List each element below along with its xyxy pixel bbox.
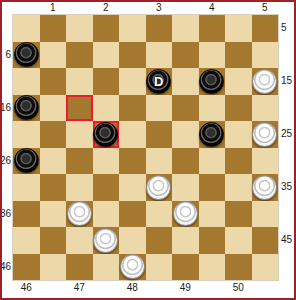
light-square xyxy=(13,15,40,42)
light-square xyxy=(40,148,67,175)
coord-label-top-2: 2 xyxy=(103,3,109,13)
square-35[interactable] xyxy=(252,174,279,201)
coord-label-top-3: 3 xyxy=(156,3,162,13)
white-man-37[interactable] xyxy=(67,201,92,226)
square-30[interactable] xyxy=(225,148,252,175)
square-4[interactable] xyxy=(199,15,226,42)
light-square xyxy=(172,227,199,254)
light-square xyxy=(146,254,173,281)
coord-label-left-16: 16 xyxy=(0,103,11,113)
light-square xyxy=(40,254,67,281)
white-man-15[interactable] xyxy=(252,69,277,94)
square-28[interactable] xyxy=(119,148,146,175)
light-square xyxy=(146,201,173,228)
light-square xyxy=(66,68,93,95)
light-square xyxy=(66,121,93,148)
light-square xyxy=(13,121,40,148)
white-man-33[interactable] xyxy=(146,175,171,200)
light-square xyxy=(252,201,279,228)
black-man-26[interactable] xyxy=(14,148,39,173)
light-square xyxy=(13,174,40,201)
light-square xyxy=(225,121,252,148)
square-31[interactable] xyxy=(40,174,67,201)
square-14[interactable] xyxy=(199,68,226,95)
light-square xyxy=(119,121,146,148)
square-34[interactable] xyxy=(199,174,226,201)
light-square xyxy=(13,227,40,254)
square-10[interactable] xyxy=(225,42,252,69)
square-22[interactable] xyxy=(93,121,120,148)
black-man-24[interactable] xyxy=(199,122,224,147)
coord-label-left-36: 36 xyxy=(0,209,11,219)
draughts-diagram: D 123454647484950616263646515253545 xyxy=(0,0,296,300)
light-square xyxy=(146,42,173,69)
square-37[interactable] xyxy=(66,201,93,228)
coord-label-right-45: 45 xyxy=(281,235,292,245)
coord-label-right-25: 25 xyxy=(281,129,292,139)
square-38[interactable] xyxy=(119,201,146,228)
black-man-6[interactable] xyxy=(14,42,39,67)
square-23[interactable] xyxy=(146,121,173,148)
coord-label-top-4: 4 xyxy=(209,3,215,13)
square-13[interactable]: D xyxy=(146,68,173,95)
coord-label-left-46: 46 xyxy=(0,262,11,272)
square-18[interactable] xyxy=(119,95,146,122)
square-47[interactable] xyxy=(66,254,93,281)
square-42[interactable] xyxy=(93,227,120,254)
square-19[interactable] xyxy=(172,95,199,122)
black-man-16[interactable] xyxy=(14,95,39,120)
light-square xyxy=(40,42,67,69)
white-man-39[interactable] xyxy=(173,201,198,226)
square-29[interactable] xyxy=(172,148,199,175)
light-square xyxy=(225,174,252,201)
light-square xyxy=(199,42,226,69)
square-32[interactable] xyxy=(93,174,120,201)
light-square xyxy=(146,95,173,122)
light-square xyxy=(93,42,120,69)
black-king-13[interactable]: D xyxy=(146,69,171,94)
coord-label-bottom-50: 50 xyxy=(233,283,244,293)
square-3[interactable] xyxy=(146,15,173,42)
square-1[interactable] xyxy=(40,15,67,42)
coord-label-bottom-47: 47 xyxy=(74,283,85,293)
square-39[interactable] xyxy=(172,201,199,228)
square-24[interactable] xyxy=(199,121,226,148)
square-27[interactable] xyxy=(66,148,93,175)
light-square xyxy=(172,15,199,42)
light-square xyxy=(172,68,199,95)
square-20[interactable] xyxy=(225,95,252,122)
light-square xyxy=(252,148,279,175)
square-5[interactable] xyxy=(252,15,279,42)
coord-label-bottom-46: 46 xyxy=(21,283,32,293)
square-15[interactable] xyxy=(252,68,279,95)
white-man-42[interactable] xyxy=(93,228,118,253)
coord-label-right-35: 35 xyxy=(281,182,292,192)
draughts-board: D xyxy=(13,15,278,280)
light-square xyxy=(119,68,146,95)
white-man-25[interactable] xyxy=(252,122,277,147)
square-41[interactable] xyxy=(40,227,67,254)
coord-label-left-26: 26 xyxy=(0,156,11,166)
square-7[interactable] xyxy=(66,42,93,69)
square-11[interactable] xyxy=(40,68,67,95)
square-12[interactable] xyxy=(93,68,120,95)
coord-label-bottom-49: 49 xyxy=(180,283,191,293)
light-square xyxy=(252,254,279,281)
square-50[interactable] xyxy=(225,254,252,281)
light-square xyxy=(93,95,120,122)
king-mark: D xyxy=(154,75,163,88)
square-36[interactable] xyxy=(13,201,40,228)
square-21[interactable] xyxy=(40,121,67,148)
square-48[interactable] xyxy=(119,254,146,281)
square-25[interactable] xyxy=(252,121,279,148)
square-44[interactable] xyxy=(199,227,226,254)
square-33[interactable] xyxy=(146,174,173,201)
black-man-14[interactable] xyxy=(199,69,224,94)
light-square xyxy=(252,42,279,69)
light-square xyxy=(119,227,146,254)
coord-label-top-1: 1 xyxy=(50,3,56,13)
coord-label-right-15: 15 xyxy=(281,76,292,86)
square-26[interactable] xyxy=(13,148,40,175)
square-9[interactable] xyxy=(172,42,199,69)
square-43[interactable] xyxy=(146,227,173,254)
square-40[interactable] xyxy=(225,201,252,228)
light-square xyxy=(172,121,199,148)
light-square xyxy=(225,15,252,42)
light-square xyxy=(66,15,93,42)
square-8[interactable] xyxy=(119,42,146,69)
light-square xyxy=(93,148,120,175)
light-square xyxy=(93,201,120,228)
light-square xyxy=(40,95,67,122)
square-16[interactable] xyxy=(13,95,40,122)
light-square xyxy=(199,148,226,175)
square-46[interactable] xyxy=(13,254,40,281)
coord-label-top-5: 5 xyxy=(262,3,268,13)
black-man-22[interactable] xyxy=(93,122,118,147)
light-square xyxy=(93,254,120,281)
light-square xyxy=(66,174,93,201)
light-square xyxy=(146,148,173,175)
light-square xyxy=(225,227,252,254)
light-square xyxy=(172,174,199,201)
coord-label-left-6: 6 xyxy=(5,50,11,60)
light-square xyxy=(199,254,226,281)
square-45[interactable] xyxy=(252,227,279,254)
white-man-48[interactable] xyxy=(120,254,145,279)
light-square xyxy=(119,15,146,42)
coord-label-right-5: 5 xyxy=(281,23,287,33)
light-square xyxy=(225,68,252,95)
white-man-35[interactable] xyxy=(252,175,277,200)
light-square xyxy=(252,95,279,122)
light-square xyxy=(199,95,226,122)
light-square xyxy=(119,174,146,201)
light-square xyxy=(199,201,226,228)
square-2[interactable] xyxy=(93,15,120,42)
coord-label-bottom-48: 48 xyxy=(127,283,138,293)
square-49[interactable] xyxy=(172,254,199,281)
square-17[interactable] xyxy=(66,95,93,122)
light-square xyxy=(66,227,93,254)
light-square xyxy=(40,201,67,228)
square-6[interactable] xyxy=(13,42,40,69)
light-square xyxy=(13,68,40,95)
